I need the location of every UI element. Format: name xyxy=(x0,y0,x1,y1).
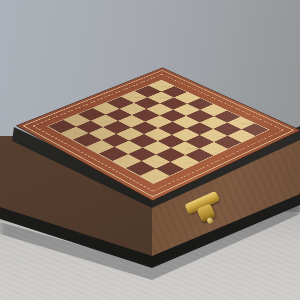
chess-set-photo: ♜♞♝♚♛♝♞♜♟♟♟♟♟♟♟♟♟♟♟♟♟♟♟♟♜♞♝♛♚♝♞♜ xyxy=(0,0,300,300)
chess-board: ♜♞♝♚♛♝♞♜♟♟♟♟♟♟♟♟♟♟♟♟♟♟♟♟♜♞♝♛♚♝♞♜ xyxy=(17,68,300,200)
white-rook-glyph: ♜ xyxy=(103,97,205,187)
board-perspective-wrap: ♜♞♝♚♛♝♞♜♟♟♟♟♟♟♟♟♟♟♟♟♟♟♟♟♜♞♝♛♚♝♞♜ xyxy=(0,0,300,300)
